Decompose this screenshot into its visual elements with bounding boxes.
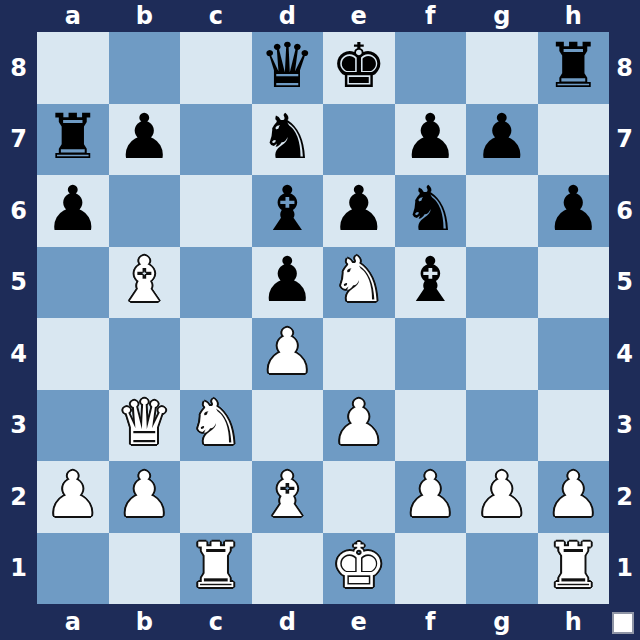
chess-diagram: abcdefgh abcdefgh 87654321 87654321 ♛♚♜♜…: [0, 0, 640, 640]
rank-left-label-1: 1: [0, 533, 37, 605]
square-g6[interactable]: [466, 175, 538, 247]
rank-left-label-7: 7: [0, 104, 37, 176]
square-b4[interactable]: [109, 318, 181, 390]
square-b7[interactable]: ♟: [109, 104, 181, 176]
black-pawn: ♟: [331, 178, 387, 240]
square-a4[interactable]: [37, 318, 109, 390]
square-h6[interactable]: ♟: [538, 175, 610, 247]
white-bishop: ♝: [259, 464, 315, 526]
square-b1[interactable]: [109, 533, 181, 605]
square-c3[interactable]: ♞: [180, 390, 252, 462]
square-h7[interactable]: [538, 104, 610, 176]
square-a7[interactable]: ♜: [37, 104, 109, 176]
square-g8[interactable]: [466, 32, 538, 104]
square-g1[interactable]: [466, 533, 538, 605]
square-f3[interactable]: [395, 390, 467, 462]
white-to-move-indicator: [612, 612, 634, 634]
square-f5[interactable]: ♝: [395, 247, 467, 319]
white-pawn: ♟: [116, 464, 172, 526]
file-bottom-label-h: h: [538, 604, 610, 640]
rank-right-label-1: 1: [609, 533, 640, 605]
square-a8[interactable]: [37, 32, 109, 104]
square-d2[interactable]: ♝: [252, 461, 324, 533]
white-bishop: ♝: [116, 249, 172, 311]
rank-left-label-3: 3: [0, 390, 37, 462]
white-pawn: ♟: [402, 464, 458, 526]
square-b3[interactable]: ♛: [109, 390, 181, 462]
white-pawn: ♟: [545, 464, 601, 526]
rank-left-label-6: 6: [0, 175, 37, 247]
square-e6[interactable]: ♟: [323, 175, 395, 247]
black-rook: ♜: [45, 106, 101, 168]
rank-right-label-5: 5: [609, 247, 640, 319]
rank-right-label-8: 8: [609, 32, 640, 104]
square-a3[interactable]: [37, 390, 109, 462]
file-top-label-h: h: [538, 0, 610, 32]
square-a5[interactable]: [37, 247, 109, 319]
square-d6[interactable]: ♝: [252, 175, 324, 247]
rank-left-label-4: 4: [0, 318, 37, 390]
white-queen: ♛: [116, 392, 172, 454]
black-rook: ♜: [545, 35, 601, 97]
rank-right-label-4: 4: [609, 318, 640, 390]
square-c1[interactable]: ♜: [180, 533, 252, 605]
white-knight: ♞: [188, 392, 244, 454]
rank-labels-left: 87654321: [0, 32, 37, 604]
square-b6[interactable]: [109, 175, 181, 247]
white-pawn: ♟: [45, 464, 101, 526]
file-labels-top: abcdefgh: [37, 0, 609, 32]
file-bottom-label-a: a: [37, 604, 109, 640]
rank-right-label-3: 3: [609, 390, 640, 462]
black-pawn: ♟: [116, 106, 172, 168]
file-bottom-label-f: f: [395, 604, 467, 640]
square-a2[interactable]: ♟: [37, 461, 109, 533]
square-d7[interactable]: ♞: [252, 104, 324, 176]
black-pawn: ♟: [474, 106, 530, 168]
white-rook: ♜: [545, 535, 601, 597]
square-g7[interactable]: ♟: [466, 104, 538, 176]
file-top-label-g: g: [466, 0, 538, 32]
file-bottom-label-b: b: [109, 604, 181, 640]
rank-right-label-2: 2: [609, 461, 640, 533]
square-f8[interactable]: [395, 32, 467, 104]
file-top-label-b: b: [109, 0, 181, 32]
square-c7[interactable]: [180, 104, 252, 176]
square-d1[interactable]: [252, 533, 324, 605]
square-d8[interactable]: ♛: [252, 32, 324, 104]
square-f2[interactable]: ♟: [395, 461, 467, 533]
square-h1[interactable]: ♜: [538, 533, 610, 605]
file-labels-bottom: abcdefgh: [37, 604, 609, 640]
square-b2[interactable]: ♟: [109, 461, 181, 533]
square-f1[interactable]: [395, 533, 467, 605]
black-pawn: ♟: [45, 178, 101, 240]
black-knight: ♞: [259, 106, 315, 168]
square-a1[interactable]: [37, 533, 109, 605]
square-f4[interactable]: [395, 318, 467, 390]
square-g5[interactable]: [466, 247, 538, 319]
black-queen: ♛: [259, 35, 315, 97]
black-knight: ♞: [402, 178, 458, 240]
white-knight: ♞: [331, 249, 387, 311]
file-bottom-label-d: d: [252, 604, 324, 640]
file-top-label-d: d: [252, 0, 324, 32]
square-e5[interactable]: ♞: [323, 247, 395, 319]
black-pawn: ♟: [259, 249, 315, 311]
black-pawn: ♟: [545, 178, 601, 240]
square-c5[interactable]: [180, 247, 252, 319]
black-bishop: ♝: [402, 249, 458, 311]
square-d4[interactable]: ♟: [252, 318, 324, 390]
rank-left-label-8: 8: [0, 32, 37, 104]
square-e1[interactable]: ♚: [323, 533, 395, 605]
square-h5[interactable]: [538, 247, 610, 319]
rank-labels-right: 87654321: [609, 32, 640, 604]
white-rook: ♜: [188, 535, 244, 597]
file-bottom-label-c: c: [180, 604, 252, 640]
file-top-label-c: c: [180, 0, 252, 32]
square-c8[interactable]: [180, 32, 252, 104]
file-top-label-a: a: [37, 0, 109, 32]
white-pawn: ♟: [259, 321, 315, 383]
square-g2[interactable]: ♟: [466, 461, 538, 533]
file-bottom-label-g: g: [466, 604, 538, 640]
black-king: ♚: [331, 35, 387, 97]
black-bishop: ♝: [259, 178, 315, 240]
square-f7[interactable]: ♟: [395, 104, 467, 176]
square-b5[interactable]: ♝: [109, 247, 181, 319]
square-a6[interactable]: ♟: [37, 175, 109, 247]
square-d3[interactable]: [252, 390, 324, 462]
black-pawn: ♟: [402, 106, 458, 168]
square-c6[interactable]: [180, 175, 252, 247]
square-h8[interactable]: ♜: [538, 32, 610, 104]
square-d5[interactable]: ♟: [252, 247, 324, 319]
rank-left-label-2: 2: [0, 461, 37, 533]
square-e4[interactable]: [323, 318, 395, 390]
file-top-label-e: e: [323, 0, 395, 32]
white-king: ♚: [331, 535, 387, 597]
square-e8[interactable]: ♚: [323, 32, 395, 104]
square-e3[interactable]: ♟: [323, 390, 395, 462]
square-h4[interactable]: [538, 318, 610, 390]
square-e2[interactable]: [323, 461, 395, 533]
rank-right-label-6: 6: [609, 175, 640, 247]
white-pawn: ♟: [331, 392, 387, 454]
square-b8[interactable]: [109, 32, 181, 104]
square-c2[interactable]: [180, 461, 252, 533]
square-h3[interactable]: [538, 390, 610, 462]
file-bottom-label-e: e: [323, 604, 395, 640]
square-h2[interactable]: ♟: [538, 461, 610, 533]
file-top-label-f: f: [395, 0, 467, 32]
square-f6[interactable]: ♞: [395, 175, 467, 247]
rank-left-label-5: 5: [0, 247, 37, 319]
square-g4[interactable]: [466, 318, 538, 390]
rank-right-label-7: 7: [609, 104, 640, 176]
square-c4[interactable]: [180, 318, 252, 390]
white-pawn: ♟: [474, 464, 530, 526]
chess-board: ♛♚♜♜♟♞♟♟♟♝♟♞♟♝♟♞♝♟♛♞♟♟♟♝♟♟♟♜♚♜: [37, 32, 609, 604]
square-e7[interactable]: [323, 104, 395, 176]
square-g3[interactable]: [466, 390, 538, 462]
